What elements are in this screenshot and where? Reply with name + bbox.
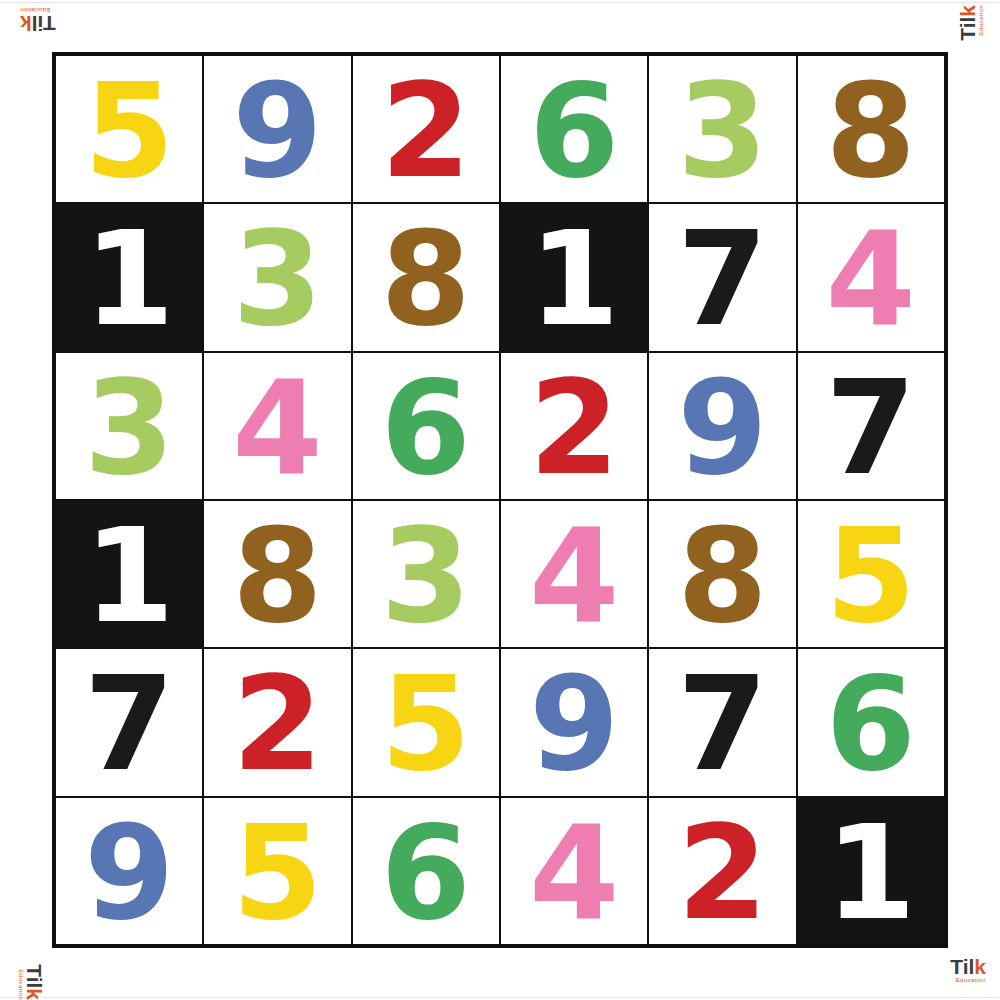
grid-cell-r2c4[interactable]: 1 <box>501 204 647 350</box>
grid-cell-r6c3[interactable]: 6 <box>353 798 499 944</box>
grid-cell-r5c4[interactable]: 9 <box>501 649 647 795</box>
grid-cell-r2c2[interactable]: 3 <box>204 204 350 350</box>
brand-subtitle: Education <box>20 7 76 13</box>
grid-cell-r5c3[interactable]: 5 <box>353 649 499 795</box>
brand-wordmark: Tilk <box>930 956 986 977</box>
grid-cell-r4c4[interactable]: 4 <box>501 501 647 647</box>
brand-name-dark: Til <box>956 17 979 41</box>
brand-accent-letter: k <box>974 955 986 978</box>
brand-wordmark: Tilk <box>957 5 978 61</box>
grid-cell-r2c5[interactable]: 7 <box>649 204 795 350</box>
brand-logo-top-right: Tilk Education <box>957 5 985 61</box>
grid-cell-r3c6[interactable]: 7 <box>798 353 944 499</box>
grid-cell-r6c6[interactable]: 1 <box>798 798 944 944</box>
number-grid: 592638138174346297183485725976956421 <box>52 52 948 948</box>
brand-subtitle: Education <box>18 944 24 1000</box>
grid-cell-r3c5[interactable]: 9 <box>649 353 795 499</box>
grid-cell-r5c5[interactable]: 7 <box>649 649 795 795</box>
grid-cell-r6c5[interactable]: 2 <box>649 798 795 944</box>
brand-subtitle: Education <box>930 977 986 983</box>
grid-cell-r6c1[interactable]: 9 <box>56 798 202 944</box>
grid-cell-r5c6[interactable]: 6 <box>798 649 944 795</box>
grid-cell-r1c2[interactable]: 9 <box>204 56 350 202</box>
brand-accent-letter: k <box>956 5 979 17</box>
grid-cell-r4c2[interactable]: 8 <box>204 501 350 647</box>
grid-cell-r4c1[interactable]: 1 <box>56 501 202 647</box>
grid-cell-r6c2[interactable]: 5 <box>204 798 350 944</box>
grid-cell-r2c3[interactable]: 8 <box>353 204 499 350</box>
grid-cell-r1c6[interactable]: 8 <box>798 56 944 202</box>
grid-cell-r1c5[interactable]: 3 <box>649 56 795 202</box>
grid-cell-r4c3[interactable]: 3 <box>353 501 499 647</box>
grid-cell-r5c2[interactable]: 2 <box>204 649 350 795</box>
grid-cell-r4c6[interactable]: 5 <box>798 501 944 647</box>
brand-wordmark: Tilk <box>20 13 76 34</box>
grid-cell-r1c3[interactable]: 2 <box>353 56 499 202</box>
brand-accent-letter: k <box>23 988 46 1000</box>
grid-cell-r3c4[interactable]: 2 <box>501 353 647 499</box>
grid-cell-r3c3[interactable]: 6 <box>353 353 499 499</box>
grid-cell-r1c1[interactable]: 5 <box>56 56 202 202</box>
brand-logo-bottom-left: Tilk Education <box>17 944 45 1000</box>
grid-cell-r3c1[interactable]: 3 <box>56 353 202 499</box>
brand-name-dark: Til <box>950 955 974 978</box>
brand-name-dark: Til <box>32 12 56 35</box>
grid-cell-r2c6[interactable]: 4 <box>798 204 944 350</box>
page-edge-top <box>0 2 1000 3</box>
grid-cell-r2c1[interactable]: 1 <box>56 204 202 350</box>
brand-name-dark: Til <box>23 964 46 988</box>
brand-accent-letter: k <box>20 12 32 35</box>
grid-cell-r1c4[interactable]: 6 <box>501 56 647 202</box>
brand-logo-bottom-right: Tilk Education <box>930 956 986 984</box>
grid-cell-r5c1[interactable]: 7 <box>56 649 202 795</box>
brand-logo-top-left: Tilk Education <box>20 6 76 34</box>
grid-cell-r4c5[interactable]: 8 <box>649 501 795 647</box>
grid-cell-r6c4[interactable]: 4 <box>501 798 647 944</box>
grid-cell-r3c2[interactable]: 4 <box>204 353 350 499</box>
brand-wordmark: Tilk <box>24 944 45 1000</box>
brand-subtitle: Education <box>978 5 984 61</box>
page-edge-bottom <box>0 997 1000 998</box>
